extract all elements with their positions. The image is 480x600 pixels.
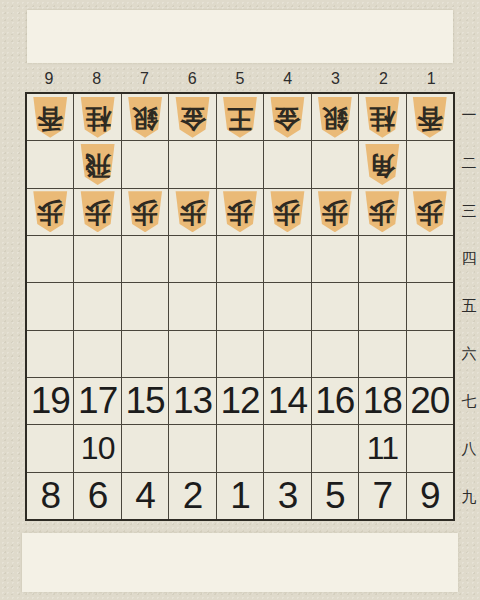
square-f3-r5[interactable] bbox=[312, 283, 358, 329]
square-f1-r9[interactable]: 9 bbox=[407, 473, 453, 519]
square-f3-r3[interactable]: 歩 bbox=[312, 189, 358, 235]
placement-number: 4 bbox=[135, 475, 155, 517]
square-f9-r9[interactable]: 8 bbox=[27, 473, 73, 519]
file-label-9: 9 bbox=[25, 66, 73, 90]
square-f2-r1[interactable]: 桂 bbox=[359, 94, 405, 140]
square-f7-r7[interactable]: 15 bbox=[122, 378, 168, 424]
rank-label-2: 二 bbox=[458, 140, 480, 188]
square-f4-r8[interactable] bbox=[264, 425, 310, 471]
square-f1-r1[interactable]: 香 bbox=[407, 94, 453, 140]
piece-kanji: 角 bbox=[369, 153, 395, 179]
rank-label-5: 五 bbox=[458, 283, 480, 331]
file-label-5: 5 bbox=[216, 66, 264, 90]
square-f8-r2[interactable]: 飛 bbox=[74, 141, 120, 187]
square-f1-r4[interactable] bbox=[407, 236, 453, 282]
shogi-diagram: 987654321 香桂銀金王金銀桂香飛角歩歩歩歩歩歩歩歩歩1917151312… bbox=[0, 0, 480, 600]
square-f7-r3[interactable]: 歩 bbox=[122, 189, 168, 235]
square-f4-r3[interactable]: 歩 bbox=[264, 189, 310, 235]
square-f9-r4[interactable] bbox=[27, 236, 73, 282]
piece-kanji: 金 bbox=[180, 106, 206, 132]
placement-number: 18 bbox=[363, 380, 402, 422]
square-f4-r7[interactable]: 14 bbox=[264, 378, 310, 424]
placement-number: 12 bbox=[220, 380, 259, 422]
square-f6-r6[interactable] bbox=[169, 331, 215, 377]
square-f8-r4[interactable] bbox=[74, 236, 120, 282]
gote-piece-歩: 歩 bbox=[317, 191, 353, 232]
square-f3-r1[interactable]: 銀 bbox=[312, 94, 358, 140]
placement-number: 2 bbox=[183, 475, 203, 517]
gote-piece-stand bbox=[27, 10, 453, 63]
gote-piece-飛: 飛 bbox=[80, 144, 116, 185]
square-f2-r7[interactable]: 18 bbox=[359, 378, 405, 424]
square-f5-r6[interactable] bbox=[217, 331, 263, 377]
square-f9-r8[interactable] bbox=[27, 425, 73, 471]
square-f4-r4[interactable] bbox=[264, 236, 310, 282]
square-f2-r6[interactable] bbox=[359, 331, 405, 377]
square-f7-r1[interactable]: 銀 bbox=[122, 94, 168, 140]
file-label-7: 7 bbox=[121, 66, 169, 90]
square-f7-r8[interactable] bbox=[122, 425, 168, 471]
placement-number: 13 bbox=[173, 380, 212, 422]
piece-kanji: 歩 bbox=[85, 200, 111, 226]
rank-label-4: 四 bbox=[458, 235, 480, 283]
square-f4-r5[interactable] bbox=[264, 283, 310, 329]
piece-kanji: 桂 bbox=[85, 106, 111, 132]
piece-kanji: 歩 bbox=[132, 200, 158, 226]
square-f9-r3[interactable]: 歩 bbox=[27, 189, 73, 235]
square-f4-r1[interactable]: 金 bbox=[264, 94, 310, 140]
square-f8-r9[interactable]: 6 bbox=[74, 473, 120, 519]
placement-number: 19 bbox=[31, 380, 70, 422]
gote-piece-金: 金 bbox=[269, 97, 305, 138]
gote-piece-銀: 銀 bbox=[317, 97, 353, 138]
file-label-8: 8 bbox=[73, 66, 121, 90]
square-f7-r2[interactable] bbox=[122, 141, 168, 187]
square-f5-r1[interactable]: 王 bbox=[217, 94, 263, 140]
square-f6-r3[interactable]: 歩 bbox=[169, 189, 215, 235]
gote-piece-歩: 歩 bbox=[127, 191, 163, 232]
piece-kanji: 歩 bbox=[274, 200, 300, 226]
file-label-1: 1 bbox=[407, 66, 455, 90]
placement-number: 11 bbox=[367, 430, 398, 467]
square-f1-r2[interactable] bbox=[407, 141, 453, 187]
piece-kanji: 歩 bbox=[322, 200, 348, 226]
placement-number: 16 bbox=[315, 380, 354, 422]
piece-kanji: 銀 bbox=[132, 106, 158, 132]
square-f5-r8[interactable] bbox=[217, 425, 263, 471]
square-f6-r4[interactable] bbox=[169, 236, 215, 282]
square-f8-r8[interactable]: 10 bbox=[74, 425, 120, 471]
square-f5-r7[interactable]: 12 bbox=[217, 378, 263, 424]
placement-number: 20 bbox=[410, 380, 449, 422]
placement-number: 3 bbox=[278, 475, 298, 517]
piece-kanji: 金 bbox=[274, 106, 300, 132]
file-label-6: 6 bbox=[168, 66, 216, 90]
square-f1-r7[interactable]: 20 bbox=[407, 378, 453, 424]
square-f9-r1[interactable]: 香 bbox=[27, 94, 73, 140]
square-f6-r5[interactable] bbox=[169, 283, 215, 329]
square-f8-r5[interactable] bbox=[74, 283, 120, 329]
square-f6-r1[interactable]: 金 bbox=[169, 94, 215, 140]
piece-kanji: 飛 bbox=[85, 153, 111, 179]
gote-piece-歩: 歩 bbox=[412, 191, 448, 232]
placement-number: 6 bbox=[88, 475, 108, 517]
square-f2-r2[interactable]: 角 bbox=[359, 141, 405, 187]
square-f5-r4[interactable] bbox=[217, 236, 263, 282]
square-f5-r9[interactable]: 1 bbox=[217, 473, 263, 519]
gote-piece-王: 王 bbox=[222, 97, 258, 138]
piece-kanji: 香 bbox=[37, 106, 63, 132]
square-f7-r6[interactable] bbox=[122, 331, 168, 377]
square-f4-r6[interactable] bbox=[264, 331, 310, 377]
square-f8-r6[interactable] bbox=[74, 331, 120, 377]
square-f1-r3[interactable]: 歩 bbox=[407, 189, 453, 235]
square-f9-r2[interactable] bbox=[27, 141, 73, 187]
gote-piece-金: 金 bbox=[175, 97, 211, 138]
piece-kanji: 王 bbox=[227, 106, 253, 132]
piece-kanji: 桂 bbox=[369, 106, 395, 132]
placement-number: 17 bbox=[78, 380, 117, 422]
square-f9-r6[interactable] bbox=[27, 331, 73, 377]
square-f2-r5[interactable] bbox=[359, 283, 405, 329]
square-f8-r7[interactable]: 17 bbox=[74, 378, 120, 424]
square-f2-r4[interactable] bbox=[359, 236, 405, 282]
rank-label-3: 三 bbox=[458, 187, 480, 235]
file-label-3: 3 bbox=[312, 66, 360, 90]
gote-piece-桂: 桂 bbox=[364, 97, 400, 138]
square-f7-r5[interactable] bbox=[122, 283, 168, 329]
square-f8-r3[interactable]: 歩 bbox=[74, 189, 120, 235]
rank-label-8: 八 bbox=[458, 426, 480, 474]
file-labels: 987654321 bbox=[25, 66, 455, 90]
square-f6-r9[interactable]: 2 bbox=[169, 473, 215, 519]
piece-kanji: 香 bbox=[417, 106, 443, 132]
gote-piece-歩: 歩 bbox=[269, 191, 305, 232]
gote-piece-銀: 銀 bbox=[127, 97, 163, 138]
gote-piece-歩: 歩 bbox=[222, 191, 258, 232]
square-f4-r2[interactable] bbox=[264, 141, 310, 187]
placement-number: 9 bbox=[420, 475, 440, 517]
gote-piece-桂: 桂 bbox=[80, 97, 116, 138]
rank-label-7: 七 bbox=[458, 378, 480, 426]
square-f6-r8[interactable] bbox=[169, 425, 215, 471]
square-f9-r5[interactable] bbox=[27, 283, 73, 329]
square-f3-r2[interactable] bbox=[312, 141, 358, 187]
square-f2-r8[interactable]: 11 bbox=[359, 425, 405, 471]
square-f6-r7[interactable]: 13 bbox=[169, 378, 215, 424]
piece-kanji: 歩 bbox=[227, 200, 253, 226]
rank-label-1: 一 bbox=[458, 92, 480, 140]
square-f1-r6[interactable] bbox=[407, 331, 453, 377]
piece-kanji: 歩 bbox=[37, 200, 63, 226]
gote-piece-歩: 歩 bbox=[364, 191, 400, 232]
piece-kanji: 歩 bbox=[180, 200, 206, 226]
file-label-4: 4 bbox=[264, 66, 312, 90]
square-f8-r1[interactable]: 桂 bbox=[74, 94, 120, 140]
square-f5-r5[interactable] bbox=[217, 283, 263, 329]
square-f6-r2[interactable] bbox=[169, 141, 215, 187]
square-f3-r8[interactable] bbox=[312, 425, 358, 471]
gote-piece-香: 香 bbox=[412, 97, 448, 138]
square-f3-r7[interactable]: 16 bbox=[312, 378, 358, 424]
square-f3-r4[interactable] bbox=[312, 236, 358, 282]
square-f1-r5[interactable] bbox=[407, 283, 453, 329]
square-f7-r4[interactable] bbox=[122, 236, 168, 282]
placement-number: 1 bbox=[230, 475, 250, 517]
gote-piece-歩: 歩 bbox=[80, 191, 116, 232]
square-f1-r8[interactable] bbox=[407, 425, 453, 471]
gote-piece-歩: 歩 bbox=[175, 191, 211, 232]
rank-label-6: 六 bbox=[458, 330, 480, 378]
placement-number: 5 bbox=[325, 475, 345, 517]
square-f2-r9[interactable]: 7 bbox=[359, 473, 405, 519]
square-f4-r9[interactable]: 3 bbox=[264, 473, 310, 519]
square-f5-r2[interactable] bbox=[217, 141, 263, 187]
square-f3-r9[interactable]: 5 bbox=[312, 473, 358, 519]
square-f2-r3[interactable]: 歩 bbox=[359, 189, 405, 235]
gote-piece-角: 角 bbox=[364, 144, 400, 185]
piece-kanji: 銀 bbox=[322, 106, 348, 132]
rank-label-9: 九 bbox=[458, 473, 480, 521]
gote-piece-歩: 歩 bbox=[32, 191, 68, 232]
sente-piece-stand bbox=[22, 533, 458, 592]
gote-piece-香: 香 bbox=[32, 97, 68, 138]
square-f9-r7[interactable]: 19 bbox=[27, 378, 73, 424]
file-label-2: 2 bbox=[359, 66, 407, 90]
shogi-board: 香桂銀金王金銀桂香飛角歩歩歩歩歩歩歩歩歩19171513121416182010… bbox=[25, 92, 455, 521]
square-f5-r3[interactable]: 歩 bbox=[217, 189, 263, 235]
piece-kanji: 歩 bbox=[417, 200, 443, 226]
square-f3-r6[interactable] bbox=[312, 331, 358, 377]
placement-number: 7 bbox=[373, 475, 393, 517]
placement-number: 15 bbox=[126, 380, 165, 422]
placement-number: 10 bbox=[81, 430, 115, 467]
square-f7-r9[interactable]: 4 bbox=[122, 473, 168, 519]
rank-labels: 一二三四五六七八九 bbox=[458, 92, 480, 521]
placement-number: 14 bbox=[268, 380, 307, 422]
piece-kanji: 歩 bbox=[369, 200, 395, 226]
placement-number: 8 bbox=[40, 475, 60, 517]
